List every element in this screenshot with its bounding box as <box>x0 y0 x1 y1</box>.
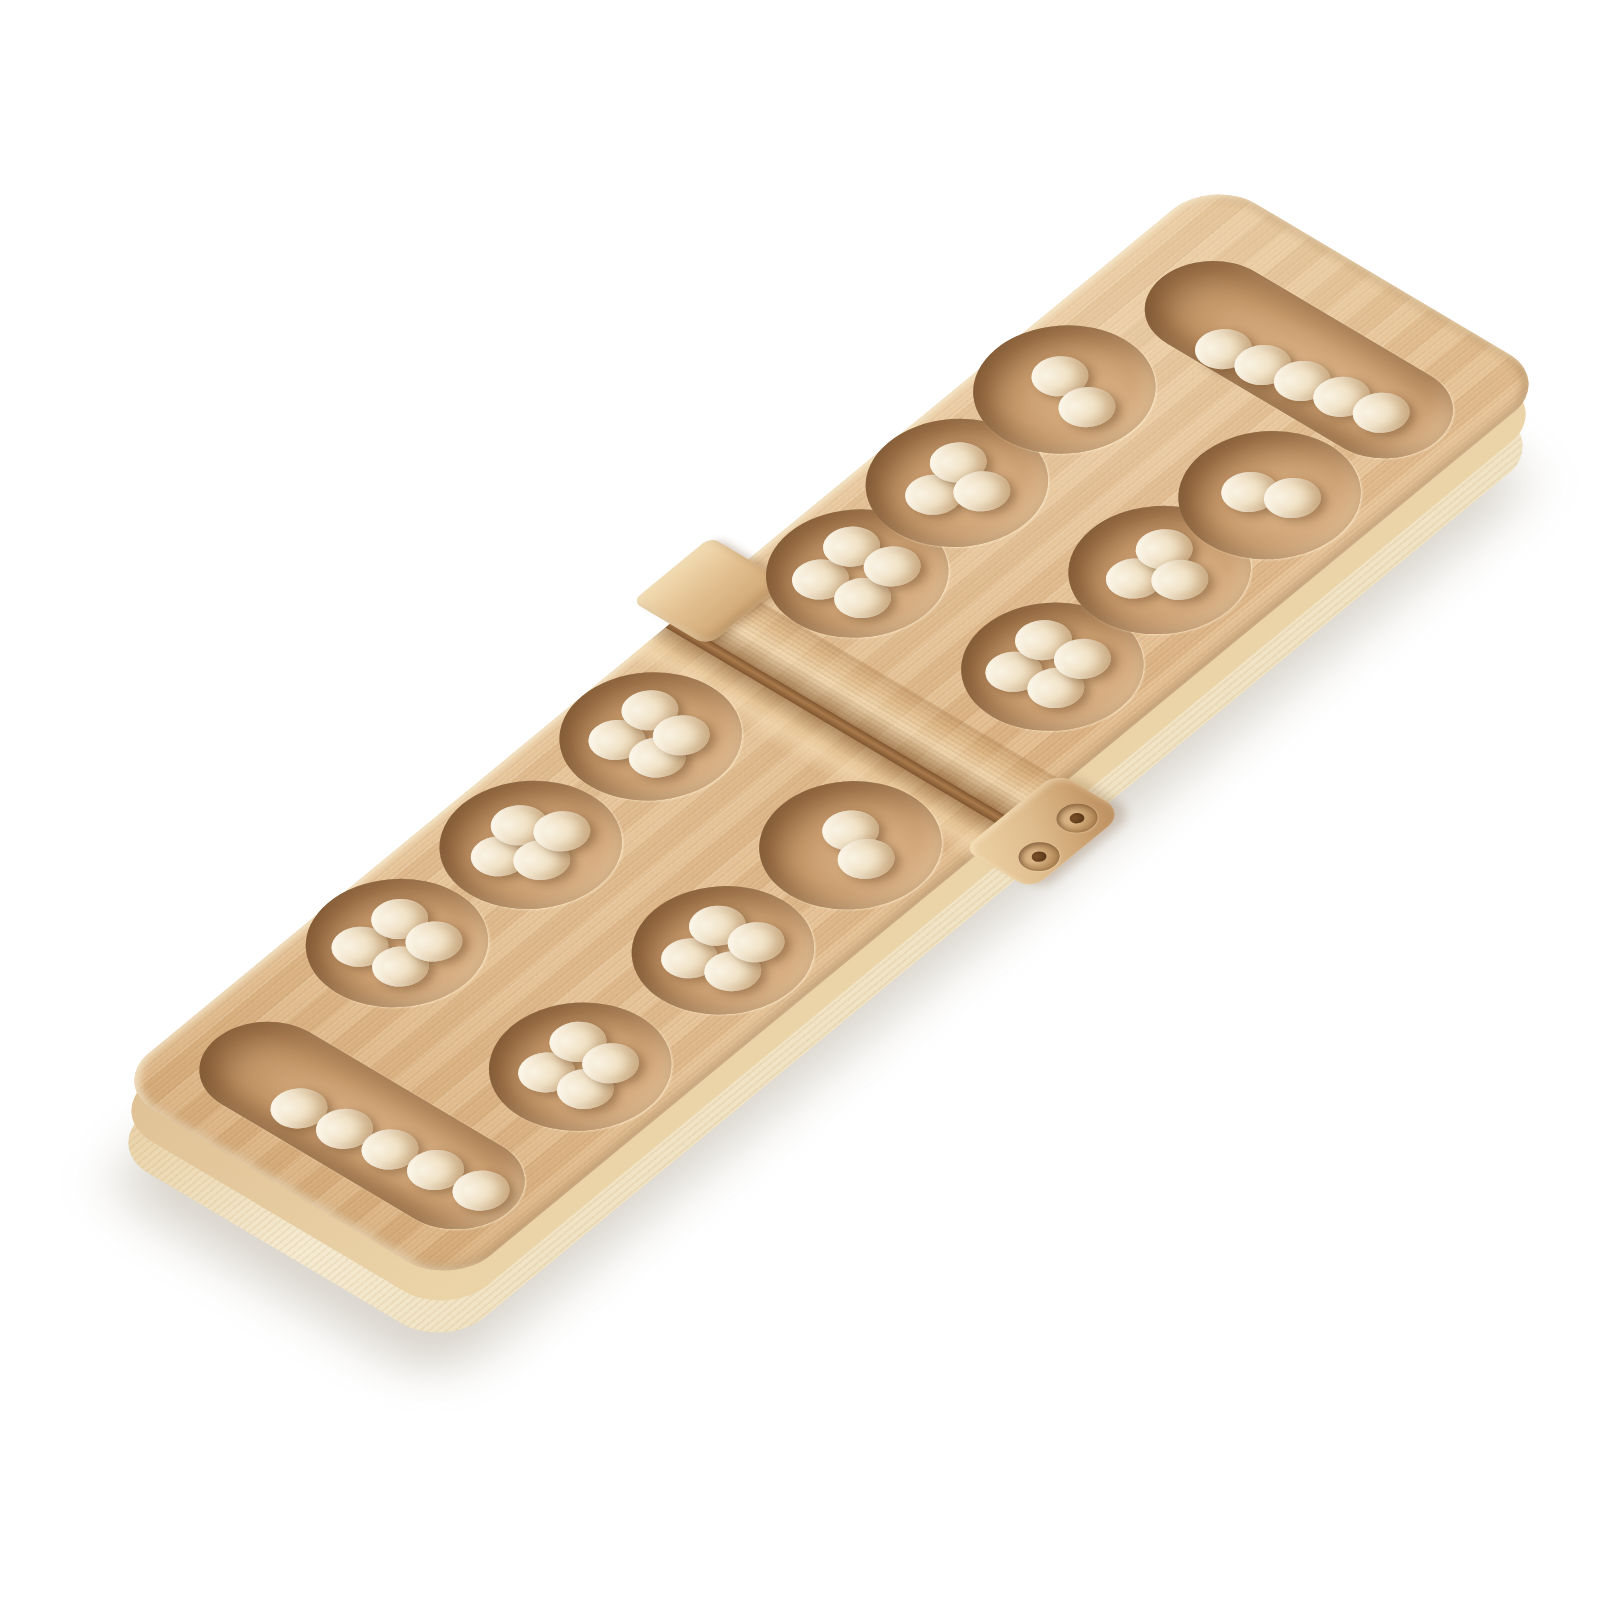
mancala-board <box>110 177 1553 1287</box>
board-top-projection <box>110 177 1553 1287</box>
hinge-pin-end <box>1048 798 1106 839</box>
product-photo <box>0 0 1600 1600</box>
